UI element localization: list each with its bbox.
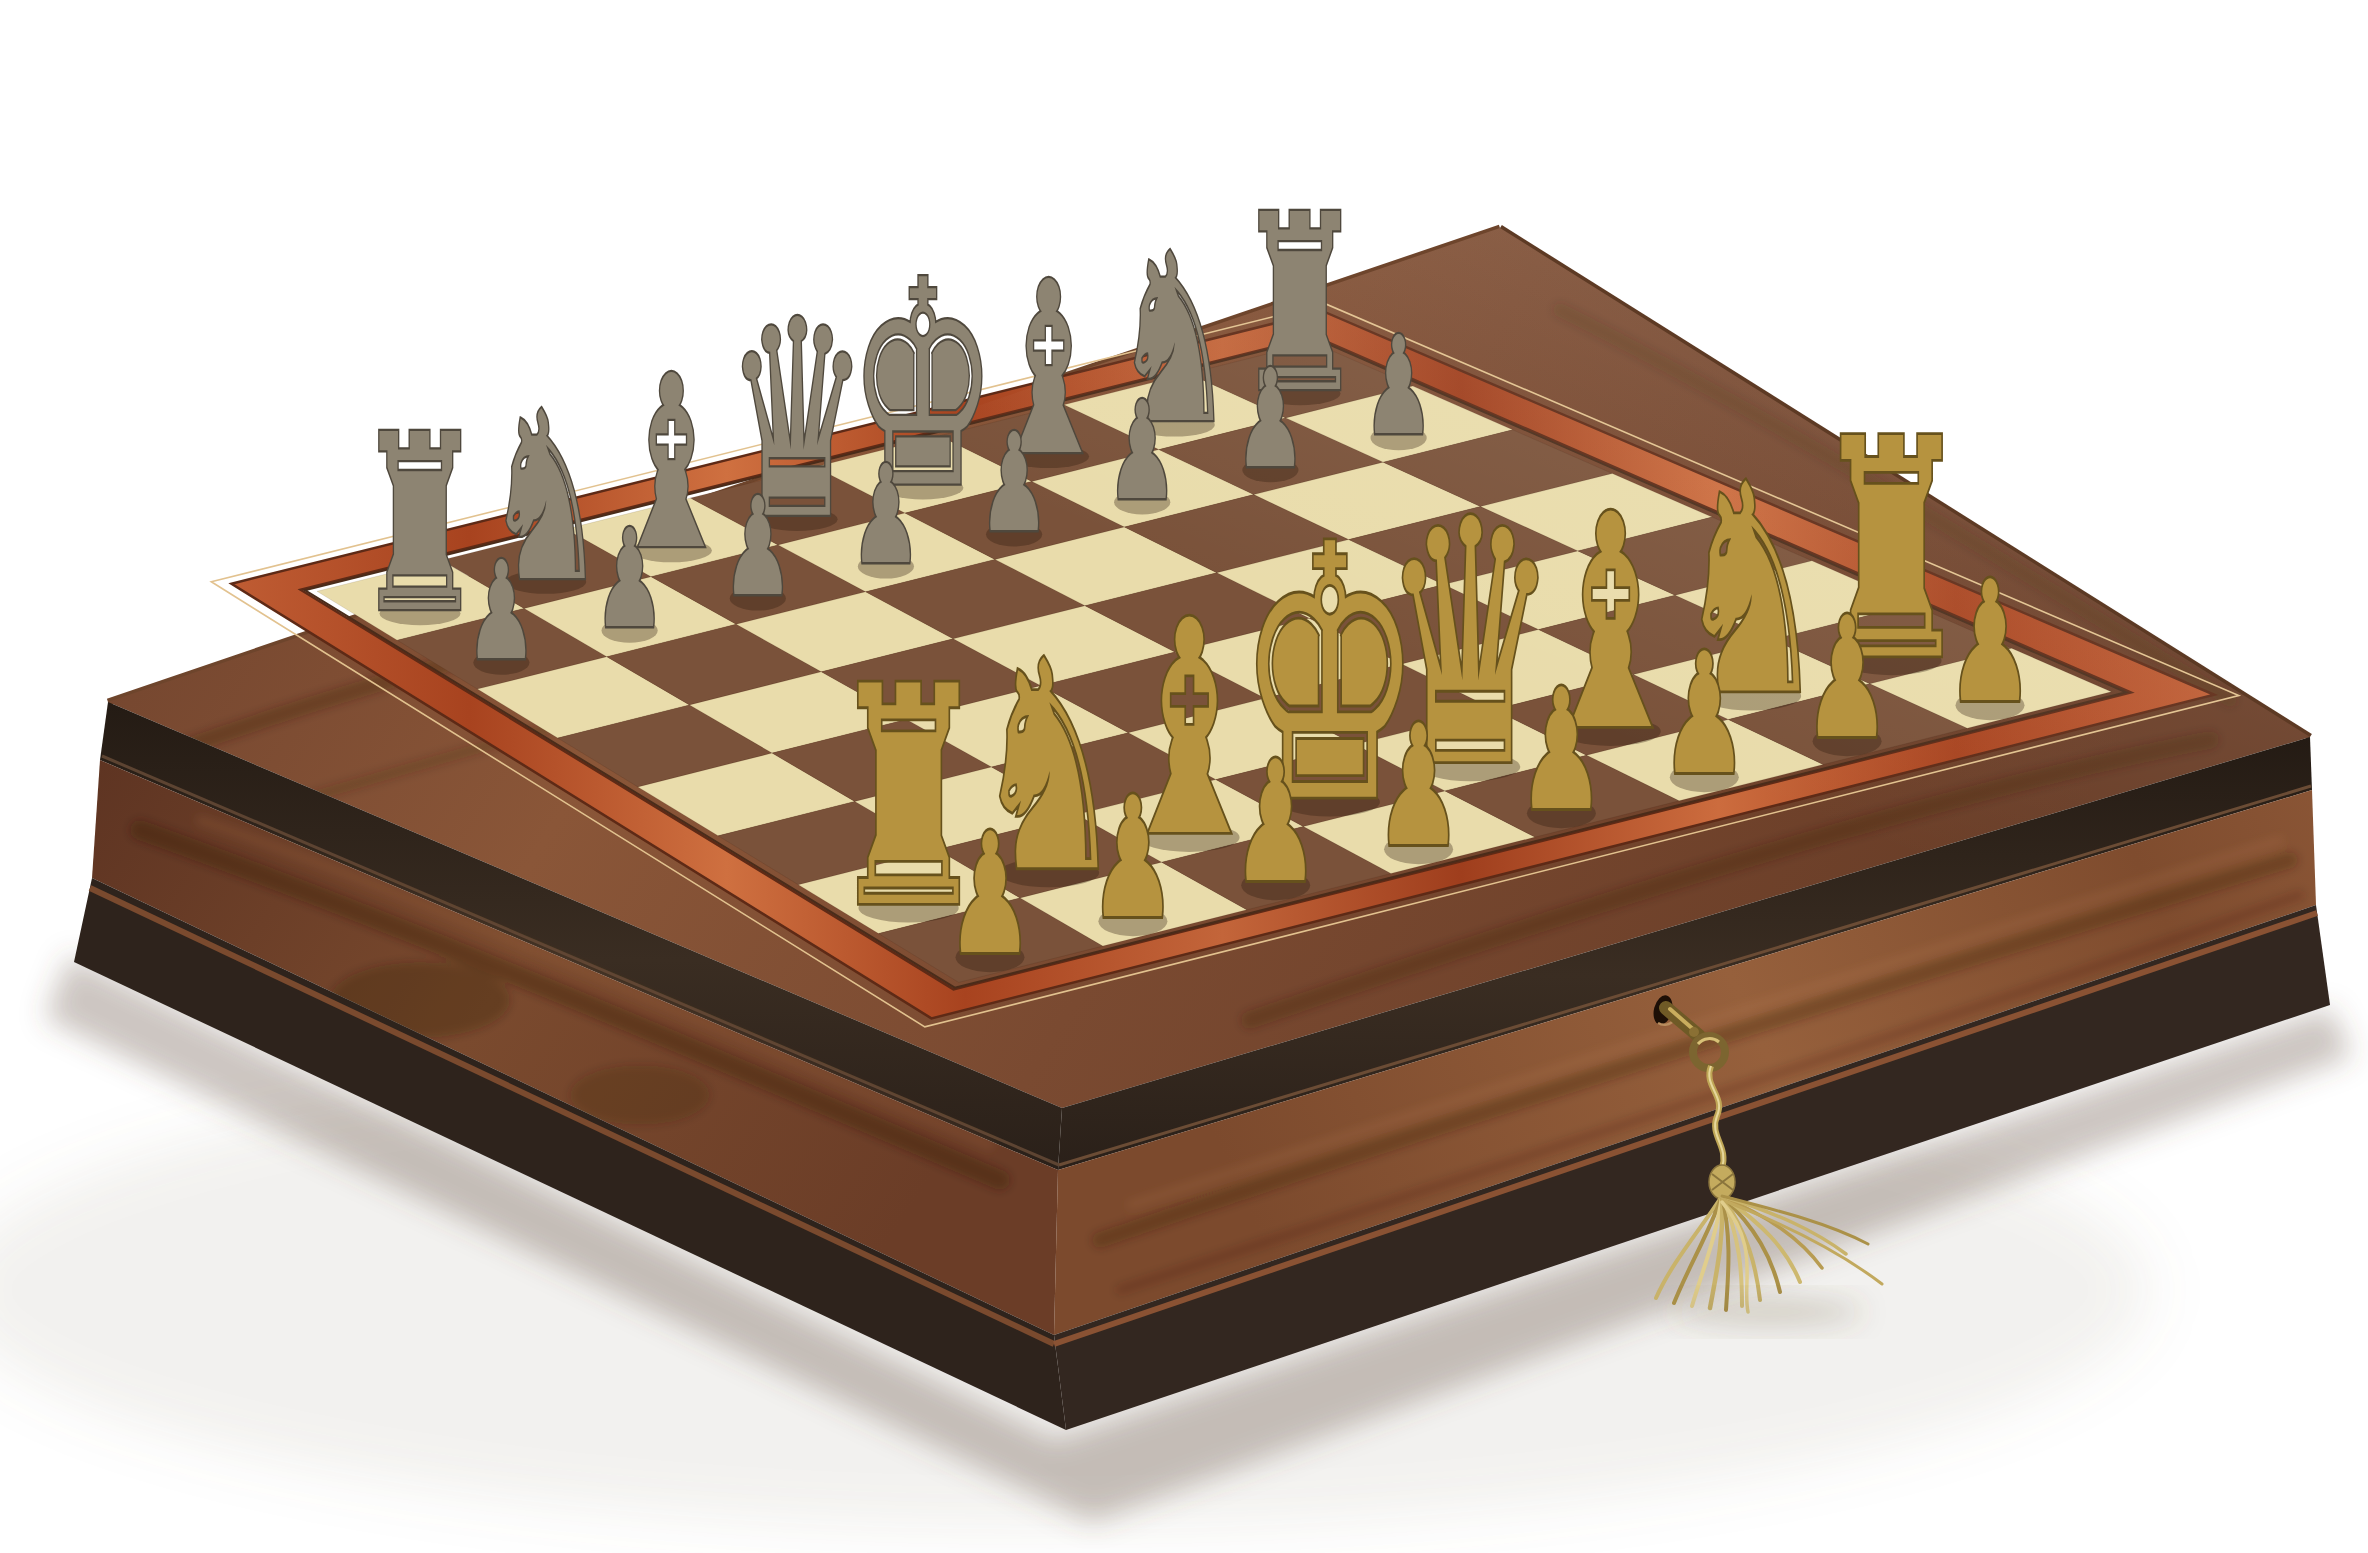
- piece-black-pawn-a7[interactable]: ♟: [466, 532, 537, 689]
- piece-white-pawn-c1[interactable]: ♟: [1232, 725, 1320, 919]
- piece-white-pawn-b1[interactable]: ♟: [1089, 761, 1177, 955]
- scene: ♜♞♝♛♚♝♞♜♟♟♟♟♟♟♟♟♜♞♝♚♛♝♞♜♟♟♟♟♟♟♟♟: [0, 0, 2368, 1553]
- piece-white-pawn-h1[interactable]: ♟: [1946, 545, 2034, 739]
- piece-glyph: ♟: [1363, 308, 1434, 465]
- piece-glyph: ♟: [1375, 689, 1463, 883]
- piece-black-pawn-d7[interactable]: ♟: [850, 436, 921, 593]
- piece-black-pawn-e7[interactable]: ♟: [978, 404, 1049, 561]
- piece-white-pawn-a1[interactable]: ♟: [946, 797, 1034, 991]
- piece-black-pawn-f7[interactable]: ♟: [1107, 372, 1178, 529]
- piece-glyph: ♟: [850, 436, 921, 593]
- tassel-shadow: [1673, 1297, 1863, 1327]
- piece-white-pawn-f1[interactable]: ♟: [1660, 617, 1748, 811]
- piece-glyph: ♟: [1946, 545, 2034, 739]
- piece-glyph: ♟: [1660, 617, 1748, 811]
- piece-glyph: ♟: [1803, 581, 1891, 775]
- piece-white-pawn-g1[interactable]: ♟: [1803, 581, 1891, 775]
- piece-white-pawn-d1[interactable]: ♟: [1375, 689, 1463, 883]
- piece-glyph: ♟: [1089, 761, 1177, 955]
- piece-black-pawn-h7[interactable]: ♟: [1363, 308, 1434, 465]
- piece-black-pawn-b7[interactable]: ♟: [594, 500, 665, 657]
- piece-glyph: ♟: [1518, 653, 1606, 847]
- piece-glyph: ♟: [946, 797, 1034, 991]
- piece-glyph: ♟: [1232, 725, 1320, 919]
- piece-glyph: ♟: [466, 532, 537, 689]
- chess-box-photo: ♜♞♝♛♚♝♞♜♟♟♟♟♟♟♟♟♜♞♝♚♛♝♞♜♟♟♟♟♟♟♟♟: [0, 0, 2368, 1553]
- piece-glyph: ♟: [978, 404, 1049, 561]
- piece-glyph: ♟: [722, 468, 793, 625]
- piece-black-pawn-c7[interactable]: ♟: [722, 468, 793, 625]
- piece-white-pawn-e1[interactable]: ♟: [1518, 653, 1606, 847]
- piece-glyph: ♟: [1107, 372, 1178, 529]
- piece-glyph: ♟: [594, 500, 665, 657]
